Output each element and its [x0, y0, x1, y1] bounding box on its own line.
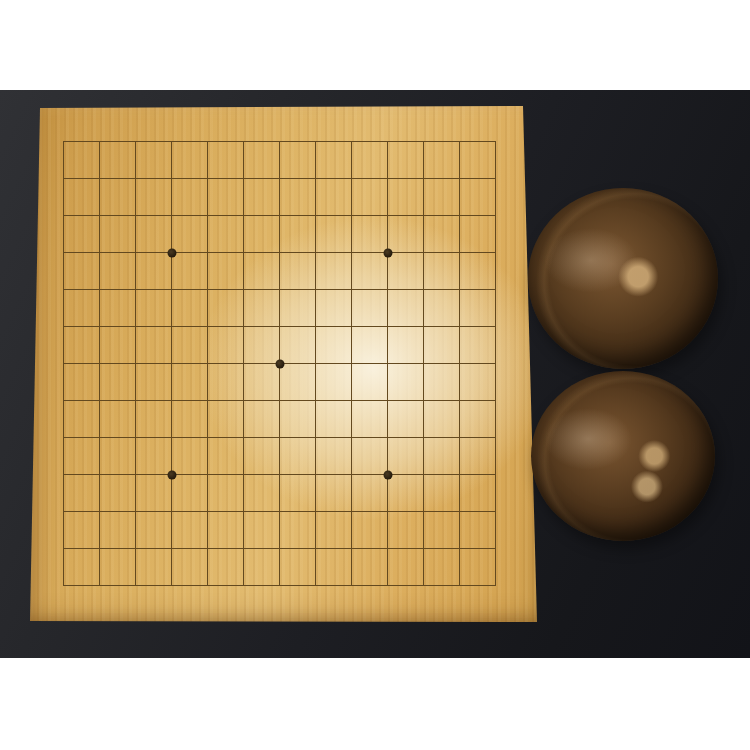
grid-cell [352, 549, 388, 586]
grid-cell [100, 142, 136, 179]
grid-cell [64, 438, 100, 475]
grid-cell [424, 327, 460, 364]
grid-cell [316, 512, 352, 549]
grid-cell [388, 438, 424, 475]
grid-cell [172, 549, 208, 586]
grid-cell [316, 253, 352, 290]
grid-cell [64, 253, 100, 290]
grid-cell [460, 327, 496, 364]
grid-cell [424, 290, 460, 327]
grid-cell [172, 512, 208, 549]
grid-cell [388, 364, 424, 401]
grid-cell [424, 364, 460, 401]
grid-cell [316, 327, 352, 364]
grid-cell [244, 401, 280, 438]
grid-cell [208, 401, 244, 438]
grid-cell [64, 401, 100, 438]
grid-cell [244, 142, 280, 179]
grid-cell [460, 401, 496, 438]
grid-cell [100, 216, 136, 253]
grid-cell [172, 142, 208, 179]
grid-cell [244, 216, 280, 253]
grid-cell [424, 401, 460, 438]
grid-cell [64, 364, 100, 401]
grid-cell [208, 512, 244, 549]
grid-cell [244, 327, 280, 364]
grid-cell [208, 438, 244, 475]
grid-cell [100, 253, 136, 290]
grid-cell [424, 253, 460, 290]
grid-cell [136, 179, 172, 216]
grid-cell [172, 179, 208, 216]
grid-cell [244, 512, 280, 549]
grid-cell [460, 142, 496, 179]
grid-cell [136, 327, 172, 364]
grid-cell [64, 512, 100, 549]
grid-cell [424, 475, 460, 512]
grid-cell [64, 475, 100, 512]
grid-cell [172, 216, 208, 253]
grid-cell [460, 179, 496, 216]
grid-cell [208, 142, 244, 179]
grid-cell [208, 364, 244, 401]
grid-cell [208, 216, 244, 253]
grid-cell [280, 475, 316, 512]
grid-cell [64, 290, 100, 327]
grid-cell [352, 364, 388, 401]
grid-cell [244, 290, 280, 327]
grid-cell [64, 216, 100, 253]
grid-cell [244, 364, 280, 401]
grid-cell [136, 253, 172, 290]
grid-cell [280, 364, 316, 401]
grid-cell [388, 327, 424, 364]
grid-cell [352, 512, 388, 549]
grid-cell [100, 549, 136, 586]
grid-cell [424, 142, 460, 179]
grid-cell [460, 290, 496, 327]
star-point [384, 471, 393, 480]
grid-cell [352, 142, 388, 179]
grid-cell [460, 364, 496, 401]
grid-cell [100, 327, 136, 364]
grid-cell [316, 142, 352, 179]
grid-cell [460, 512, 496, 549]
grid-cell [280, 216, 316, 253]
grid-cell [316, 216, 352, 253]
grid-cell [208, 475, 244, 512]
grid-cell [280, 142, 316, 179]
grid-cell [64, 142, 100, 179]
board-grid [63, 141, 496, 586]
grid-cell [352, 290, 388, 327]
grid-cell [172, 475, 208, 512]
grid-cell [100, 364, 136, 401]
grid-cell [316, 290, 352, 327]
grid-cell [424, 216, 460, 253]
grid-cell [100, 179, 136, 216]
grid-cell [280, 512, 316, 549]
grid-cell [244, 438, 280, 475]
grid-cell [100, 401, 136, 438]
grid-cell [352, 475, 388, 512]
grid-cell [460, 216, 496, 253]
grid-cell [136, 364, 172, 401]
grid-cell [352, 401, 388, 438]
grid-cell [388, 512, 424, 549]
grid-cell [244, 179, 280, 216]
grid-cell [280, 438, 316, 475]
grid-cell [280, 327, 316, 364]
grid-cell [352, 327, 388, 364]
grid-cell [64, 327, 100, 364]
grid-cell [460, 475, 496, 512]
grid-cell [388, 216, 424, 253]
grid-cell [424, 549, 460, 586]
grid-cell [316, 179, 352, 216]
grid-cell [316, 549, 352, 586]
grid-cell [424, 179, 460, 216]
grid-cell [316, 364, 352, 401]
star-point [168, 471, 177, 480]
grid-cell [388, 475, 424, 512]
grid-cell [172, 290, 208, 327]
grid-cell [208, 549, 244, 586]
grid-cell [280, 290, 316, 327]
grid-cell [280, 179, 316, 216]
grid-cell [100, 475, 136, 512]
grid-cell [388, 290, 424, 327]
grid-cell [208, 290, 244, 327]
grid-cell [100, 290, 136, 327]
grid-cell [388, 401, 424, 438]
grid-cell [352, 179, 388, 216]
grid-cell [244, 549, 280, 586]
grid-cell [136, 216, 172, 253]
grid-cell [100, 438, 136, 475]
stone-bowl-bottom [531, 371, 715, 541]
grid-cell [460, 549, 496, 586]
grid-cell [280, 401, 316, 438]
grid-cell [136, 290, 172, 327]
grid-cell [280, 253, 316, 290]
grid-cell [136, 438, 172, 475]
grid-cell [136, 549, 172, 586]
grid-cell [172, 253, 208, 290]
star-point [276, 360, 285, 369]
grid-cell [388, 549, 424, 586]
grid-cell [460, 253, 496, 290]
grid-cell [172, 401, 208, 438]
grid-cell [460, 438, 496, 475]
grid-cell [352, 216, 388, 253]
grid-cell [352, 253, 388, 290]
grid-cell [424, 438, 460, 475]
grid-cell [388, 179, 424, 216]
stone-bowl-top [528, 188, 718, 369]
star-point [168, 249, 177, 258]
grid-cell [172, 364, 208, 401]
grid-cell [388, 142, 424, 179]
grid-cell [64, 179, 100, 216]
go-board [28, 100, 540, 624]
grid-cell [64, 549, 100, 586]
grid-cell [280, 549, 316, 586]
photo-frame [0, 0, 750, 750]
grid-cell [136, 512, 172, 549]
grid-cell [208, 253, 244, 290]
grid-cell [172, 327, 208, 364]
grid-cell [316, 438, 352, 475]
grid-cell [424, 512, 460, 549]
grid-cell [316, 401, 352, 438]
grid-cell [136, 475, 172, 512]
grid-cell [208, 327, 244, 364]
grid-cell [172, 438, 208, 475]
grid-cell [244, 253, 280, 290]
grid-cell [352, 438, 388, 475]
grid-cell [136, 401, 172, 438]
grid-cell [388, 253, 424, 290]
grid-cell [136, 142, 172, 179]
star-point [384, 249, 393, 258]
grid-cell [208, 179, 244, 216]
grid-cell [100, 512, 136, 549]
grid-cell [244, 475, 280, 512]
grid-cell [316, 475, 352, 512]
